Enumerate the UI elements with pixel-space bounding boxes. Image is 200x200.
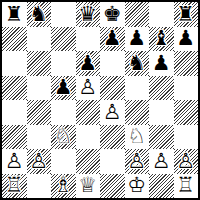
- square-e8[interactable]: ♚: [100, 2, 125, 27]
- square-c1[interactable]: ♗: [51, 174, 76, 199]
- white-pawn[interactable]: ♙: [152, 151, 171, 172]
- square-h7[interactable]: ♟: [174, 27, 199, 52]
- square-a4[interactable]: [2, 100, 27, 125]
- square-e3[interactable]: [100, 125, 125, 150]
- square-d7[interactable]: [76, 27, 101, 52]
- black-pawn[interactable]: ♟: [127, 28, 146, 49]
- square-b5[interactable]: [27, 76, 52, 101]
- white-pawn[interactable]: ♙: [78, 77, 97, 98]
- square-d8[interactable]: ♛: [76, 2, 101, 27]
- square-b2[interactable]: ♙: [27, 149, 52, 174]
- square-g1[interactable]: [149, 174, 174, 199]
- black-king[interactable]: ♚: [103, 4, 122, 25]
- square-c3[interactable]: ♘: [51, 125, 76, 150]
- black-pawn[interactable]: ♟: [152, 53, 171, 74]
- square-b7[interactable]: [27, 27, 52, 52]
- square-c4[interactable]: [51, 100, 76, 125]
- white-bishop[interactable]: ♗: [54, 175, 73, 196]
- square-f6[interactable]: ♞: [125, 51, 150, 76]
- square-g6[interactable]: ♟: [149, 51, 174, 76]
- square-b1[interactable]: [27, 174, 52, 199]
- square-g7[interactable]: ♝: [149, 27, 174, 52]
- square-a3[interactable]: [2, 125, 27, 150]
- white-pawn[interactable]: ♙: [5, 151, 24, 172]
- black-knight[interactable]: ♞: [127, 53, 146, 74]
- square-e2[interactable]: [100, 149, 125, 174]
- square-a5[interactable]: [2, 76, 27, 101]
- black-pawn[interactable]: ♟: [54, 77, 73, 98]
- square-h2[interactable]: ♙: [174, 149, 199, 174]
- black-pawn[interactable]: ♟: [103, 28, 122, 49]
- square-f2[interactable]: ♙: [125, 149, 150, 174]
- white-pawn[interactable]: ♙: [103, 102, 122, 123]
- square-c5[interactable]: ♟: [51, 76, 76, 101]
- square-f5[interactable]: [125, 76, 150, 101]
- white-queen[interactable]: ♕: [78, 175, 97, 196]
- square-e4[interactable]: ♙: [100, 100, 125, 125]
- square-a8[interactable]: ♜: [2, 2, 27, 27]
- square-f8[interactable]: [125, 2, 150, 27]
- square-d3[interactable]: [76, 125, 101, 150]
- square-b3[interactable]: [27, 125, 52, 150]
- square-e7[interactable]: ♟: [100, 27, 125, 52]
- white-pawn[interactable]: ♙: [127, 151, 146, 172]
- square-f3[interactable]: ♘: [125, 125, 150, 150]
- square-b4[interactable]: [27, 100, 52, 125]
- chess-board: ♜♞♛♚♜♟♟♝♟♟♞♟♟♙♙♘♘♙♙♙♙♙♖♗♕♔♖: [0, 0, 200, 200]
- white-king[interactable]: ♔: [127, 175, 146, 196]
- square-a6[interactable]: [2, 51, 27, 76]
- square-a2[interactable]: ♙: [2, 149, 27, 174]
- black-queen[interactable]: ♛: [78, 4, 97, 25]
- square-e6[interactable]: [100, 51, 125, 76]
- square-d1[interactable]: ♕: [76, 174, 101, 199]
- square-h5[interactable]: [174, 76, 199, 101]
- black-bishop[interactable]: ♝: [152, 28, 171, 49]
- square-d5[interactable]: ♙: [76, 76, 101, 101]
- square-h3[interactable]: [174, 125, 199, 150]
- white-rook[interactable]: ♖: [5, 175, 24, 196]
- square-c6[interactable]: [51, 51, 76, 76]
- square-c8[interactable]: [51, 2, 76, 27]
- black-rook[interactable]: ♜: [176, 4, 195, 25]
- square-f4[interactable]: [125, 100, 150, 125]
- square-e5[interactable]: [100, 76, 125, 101]
- square-a7[interactable]: [2, 27, 27, 52]
- square-g2[interactable]: ♙: [149, 149, 174, 174]
- black-knight[interactable]: ♞: [29, 4, 48, 25]
- chess-diagram: ♜♞♛♚♜♟♟♝♟♟♞♟♟♙♙♘♘♙♙♙♙♙♖♗♕♔♖: [0, 0, 200, 200]
- square-e1[interactable]: [100, 174, 125, 199]
- square-g4[interactable]: [149, 100, 174, 125]
- square-g3[interactable]: [149, 125, 174, 150]
- square-c2[interactable]: [51, 149, 76, 174]
- square-d6[interactable]: ♟: [76, 51, 101, 76]
- white-rook[interactable]: ♖: [176, 175, 195, 196]
- square-h6[interactable]: [174, 51, 199, 76]
- square-g5[interactable]: [149, 76, 174, 101]
- square-g8[interactable]: [149, 2, 174, 27]
- square-h4[interactable]: [174, 100, 199, 125]
- square-f1[interactable]: ♔: [125, 174, 150, 199]
- square-h1[interactable]: ♖: [174, 174, 199, 199]
- square-d4[interactable]: [76, 100, 101, 125]
- black-pawn[interactable]: ♟: [176, 28, 195, 49]
- square-h8[interactable]: ♜: [174, 2, 199, 27]
- white-pawn[interactable]: ♙: [29, 151, 48, 172]
- square-b6[interactable]: [27, 51, 52, 76]
- square-f7[interactable]: ♟: [125, 27, 150, 52]
- black-pawn[interactable]: ♟: [78, 53, 97, 74]
- square-d2[interactable]: [76, 149, 101, 174]
- square-b8[interactable]: ♞: [27, 2, 52, 27]
- square-c7[interactable]: [51, 27, 76, 52]
- square-a1[interactable]: ♖: [2, 174, 27, 199]
- white-knight[interactable]: ♘: [127, 126, 146, 147]
- white-pawn[interactable]: ♙: [176, 151, 195, 172]
- white-knight[interactable]: ♘: [54, 126, 73, 147]
- black-rook[interactable]: ♜: [5, 4, 24, 25]
